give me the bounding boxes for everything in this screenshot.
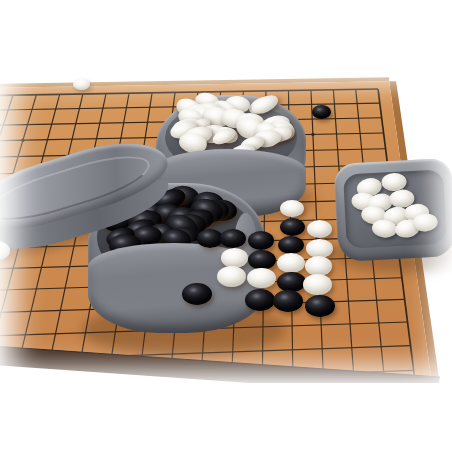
white-stone: [221, 248, 249, 268]
white-stone: [307, 220, 332, 238]
go-set-photo: [0, 65, 452, 383]
black-stone: [248, 250, 276, 270]
white-stone: [217, 266, 246, 287]
white-stone: [73, 78, 90, 90]
white-stone: [277, 253, 305, 273]
white-stone: [0, 241, 10, 260]
black-stone: [312, 105, 331, 119]
white-stone: [280, 200, 304, 217]
white-stone: [247, 268, 276, 289]
black-stone: [248, 231, 274, 250]
black-stone: [278, 236, 304, 255]
board-stones: [0, 65, 452, 383]
white-stone: [306, 239, 332, 258]
black-stone: [182, 283, 212, 305]
black-stone: [280, 218, 305, 236]
white-stone: [303, 274, 332, 295]
black-stone: [305, 295, 335, 317]
black-stone: [220, 229, 246, 248]
photo-frame: [0, 0, 452, 452]
black-stone: [245, 289, 275, 311]
black-stone: [273, 290, 303, 312]
